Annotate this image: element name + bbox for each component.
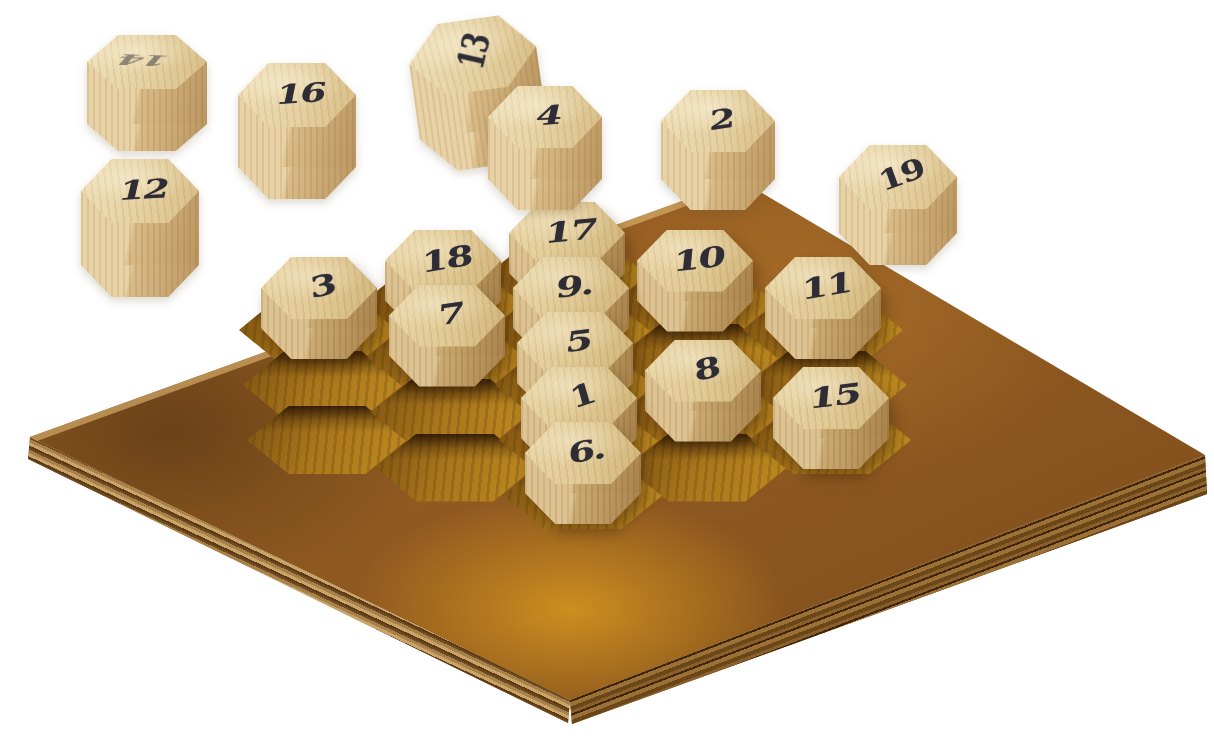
piece-number: 17 [538,213,595,250]
piece-3[interactable]: 3 [261,257,377,359]
piece-number: 1 [557,378,600,415]
piece-16[interactable]: 16 [238,63,356,199]
piece-number: 12 [114,173,166,206]
piece-8[interactable]: 8 [645,340,761,442]
piece-11[interactable]: 11 [765,257,881,359]
piece-number: 3 [299,268,338,304]
piece-7[interactable]: 7 [389,285,505,387]
product-photo-scene: 17181039.117581156. 131416421912 [0,0,1214,743]
piece-number: 16 [271,77,324,111]
piece-number: 13 [447,36,498,71]
piece-15[interactable]: 15 [773,367,889,469]
piece-number: 7 [430,296,465,331]
piece-number: 6. [559,432,607,470]
piece-6[interactable]: 6. [525,422,641,524]
piece-number: 4 [531,100,559,132]
piece-19[interactable]: 19 [839,145,957,265]
piece-14[interactable]: 14 [87,35,207,151]
piece-number: 8 [683,351,722,387]
piece-12[interactable]: 12 [81,159,199,297]
piece-4[interactable]: 4 [488,86,602,210]
piece-10[interactable]: 10 [637,230,753,332]
piece-number: 19 [866,154,929,196]
piece-2[interactable]: 2 [661,90,775,210]
piece-number: 5 [558,324,591,359]
piece-number: 15 [802,377,861,415]
piece-number: 9. [548,268,593,304]
piece-number: 2 [702,103,735,136]
piece-number: 18 [412,239,473,279]
piece-number: 11 [792,266,853,306]
piece-number: 14 [121,51,173,69]
piece-number: 10 [666,240,725,278]
